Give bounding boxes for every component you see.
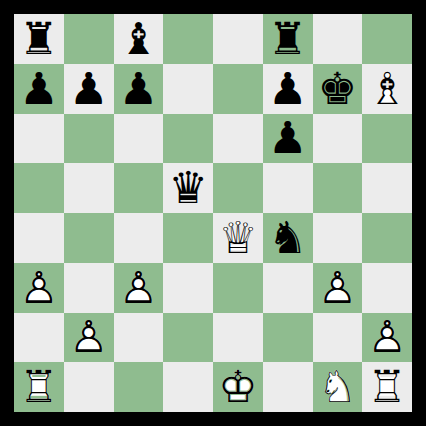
square-b8[interactable]	[64, 14, 114, 64]
white-pawn-outline: ♙	[313, 263, 363, 313]
white-king-fill: ♚	[213, 362, 263, 412]
black-pawn-fill: ♟	[64, 64, 114, 114]
square-d6[interactable]	[163, 114, 213, 164]
chessboard-frame: ♜♝♜♟♟♟♟♚♝♗♟♛♛♕♞♟♙♟♙♟♙♟♙♟♙♜♖♚♔♞♘♜♖	[0, 0, 426, 426]
black-knight-icon[interactable]: ♞	[263, 213, 313, 263]
white-pawn-outline: ♙	[14, 263, 64, 313]
black-rook-icon[interactable]: ♜	[14, 14, 64, 64]
black-king-icon[interactable]: ♚	[313, 64, 363, 114]
white-rook-fill: ♜	[14, 362, 64, 412]
square-d7[interactable]	[163, 64, 213, 114]
square-e3[interactable]	[213, 263, 263, 313]
white-pawn-fill: ♟	[14, 263, 64, 313]
chess-board: ♜♝♜♟♟♟♟♚♝♗♟♛♛♕♞♟♙♟♙♟♙♟♙♟♙♜♖♚♔♞♘♜♖	[14, 14, 412, 412]
square-d1[interactable]	[163, 362, 213, 412]
square-g4[interactable]	[313, 213, 363, 263]
square-d4[interactable]	[163, 213, 213, 263]
square-e4[interactable]: ♛♕	[213, 213, 263, 263]
black-queen-fill: ♛	[163, 163, 213, 213]
white-rook-outline: ♖	[14, 362, 64, 412]
square-b4[interactable]	[64, 213, 114, 263]
white-king-outline: ♔	[213, 362, 263, 412]
square-f7[interactable]: ♟	[263, 64, 313, 114]
square-h4[interactable]	[362, 213, 412, 263]
white-pawn-outline: ♙	[114, 263, 164, 313]
black-rook-fill: ♜	[263, 14, 313, 64]
square-c1[interactable]	[114, 362, 164, 412]
square-h6[interactable]	[362, 114, 412, 164]
white-pawn-icon[interactable]: ♟♙	[313, 263, 363, 313]
white-queen-icon[interactable]: ♛♕	[213, 213, 263, 263]
white-bishop-icon[interactable]: ♝♗	[362, 64, 412, 114]
black-pawn-fill: ♟	[14, 64, 64, 114]
square-h5[interactable]	[362, 163, 412, 213]
square-b5[interactable]	[64, 163, 114, 213]
white-rook-fill: ♜	[362, 362, 412, 412]
square-c5[interactable]	[114, 163, 164, 213]
black-rook-icon[interactable]: ♜	[263, 14, 313, 64]
black-pawn-icon[interactable]: ♟	[263, 114, 313, 164]
white-pawn-fill: ♟	[362, 313, 412, 363]
square-g2[interactable]	[313, 313, 363, 363]
black-pawn-icon[interactable]: ♟	[14, 64, 64, 114]
black-bishop-icon[interactable]: ♝	[114, 14, 164, 64]
square-d8[interactable]	[163, 14, 213, 64]
square-g1[interactable]: ♞♘	[313, 362, 363, 412]
square-d5[interactable]: ♛	[163, 163, 213, 213]
white-bishop-outline: ♗	[362, 64, 412, 114]
square-c2[interactable]	[114, 313, 164, 363]
square-a3[interactable]: ♟♙	[14, 263, 64, 313]
black-pawn-fill: ♟	[114, 64, 164, 114]
square-a6[interactable]	[14, 114, 64, 164]
square-a1[interactable]: ♜♖	[14, 362, 64, 412]
white-pawn-fill: ♟	[64, 313, 114, 363]
square-g7[interactable]: ♚	[313, 64, 363, 114]
white-pawn-icon[interactable]: ♟♙	[362, 313, 412, 363]
white-king-icon[interactable]: ♚♔	[213, 362, 263, 412]
square-g8[interactable]	[313, 14, 363, 64]
white-rook-outline: ♖	[362, 362, 412, 412]
square-b6[interactable]	[64, 114, 114, 164]
white-pawn-fill: ♟	[114, 263, 164, 313]
white-queen-outline: ♕	[213, 213, 263, 263]
square-g5[interactable]	[313, 163, 363, 213]
square-e8[interactable]	[213, 14, 263, 64]
square-h8[interactable]	[362, 14, 412, 64]
square-b1[interactable]	[64, 362, 114, 412]
square-e2[interactable]	[213, 313, 263, 363]
square-f4[interactable]: ♞	[263, 213, 313, 263]
square-c8[interactable]: ♝	[114, 14, 164, 64]
square-e1[interactable]: ♚♔	[213, 362, 263, 412]
white-pawn-outline: ♙	[362, 313, 412, 363]
square-h7[interactable]: ♝♗	[362, 64, 412, 114]
square-f3[interactable]	[263, 263, 313, 313]
black-pawn-fill: ♟	[263, 64, 313, 114]
square-f8[interactable]: ♜	[263, 14, 313, 64]
white-rook-icon[interactable]: ♜♖	[14, 362, 64, 412]
square-g6[interactable]	[313, 114, 363, 164]
square-f2[interactable]	[263, 313, 313, 363]
square-c6[interactable]	[114, 114, 164, 164]
square-b3[interactable]	[64, 263, 114, 313]
white-pawn-outline: ♙	[64, 313, 114, 363]
white-pawn-icon[interactable]: ♟♙	[114, 263, 164, 313]
white-queen-fill: ♛	[213, 213, 263, 263]
black-king-fill: ♚	[313, 64, 363, 114]
square-d2[interactable]	[163, 313, 213, 363]
square-a2[interactable]	[14, 313, 64, 363]
square-e7[interactable]	[213, 64, 263, 114]
square-e6[interactable]	[213, 114, 263, 164]
white-knight-fill: ♞	[313, 362, 363, 412]
square-d3[interactable]	[163, 263, 213, 313]
square-b2[interactable]: ♟♙	[64, 313, 114, 363]
black-pawn-icon[interactable]: ♟	[64, 64, 114, 114]
square-a4[interactable]	[14, 213, 64, 263]
white-knight-outline: ♘	[313, 362, 363, 412]
black-rook-fill: ♜	[14, 14, 64, 64]
white-pawn-fill: ♟	[313, 263, 363, 313]
white-bishop-fill: ♝	[362, 64, 412, 114]
square-h2[interactable]: ♟♙	[362, 313, 412, 363]
white-knight-icon[interactable]: ♞♘	[313, 362, 363, 412]
black-pawn-icon[interactable]: ♟	[263, 64, 313, 114]
square-h3[interactable]	[362, 263, 412, 313]
square-b7[interactable]: ♟	[64, 64, 114, 114]
square-f5[interactable]	[263, 163, 313, 213]
square-g3[interactable]: ♟♙	[313, 263, 363, 313]
square-c3[interactable]: ♟♙	[114, 263, 164, 313]
square-f6[interactable]: ♟	[263, 114, 313, 164]
black-queen-icon[interactable]: ♛	[163, 163, 213, 213]
black-bishop-fill: ♝	[114, 14, 164, 64]
square-a5[interactable]	[14, 163, 64, 213]
square-c4[interactable]	[114, 213, 164, 263]
square-a7[interactable]: ♟	[14, 64, 64, 114]
square-c7[interactable]: ♟	[114, 64, 164, 114]
black-pawn-fill: ♟	[263, 114, 313, 164]
square-h1[interactable]: ♜♖	[362, 362, 412, 412]
white-rook-icon[interactable]: ♜♖	[362, 362, 412, 412]
black-knight-fill: ♞	[263, 213, 313, 263]
white-pawn-icon[interactable]: ♟♙	[14, 263, 64, 313]
white-pawn-icon[interactable]: ♟♙	[64, 313, 114, 363]
square-a8[interactable]: ♜	[14, 14, 64, 64]
black-pawn-icon[interactable]: ♟	[114, 64, 164, 114]
square-f1[interactable]	[263, 362, 313, 412]
square-e5[interactable]	[213, 163, 263, 213]
